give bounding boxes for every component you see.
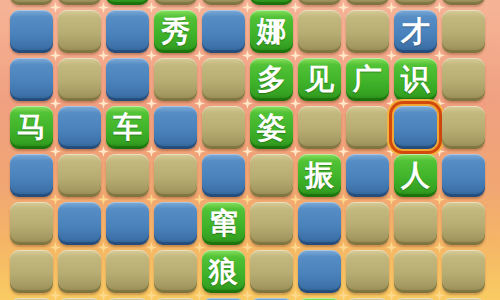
character-tile-娜-r1c5[interactable]: 娜 <box>250 10 293 53</box>
sparkle-decoration <box>146 2 157 13</box>
tile-character: 振 <box>305 154 334 197</box>
sparkle-decoration <box>338 50 349 61</box>
sparkle-decoration <box>242 146 253 157</box>
empty-tile-r0c2[interactable] <box>106 0 149 5</box>
empty-tile-r3c9[interactable] <box>442 106 485 149</box>
tile-character: 娜 <box>257 10 286 53</box>
sparkle-decoration <box>50 2 61 13</box>
empty-tile-r0c3[interactable] <box>154 0 197 5</box>
sparkle-decoration <box>386 290 397 300</box>
empty-tile-r2c9[interactable] <box>442 58 485 101</box>
tile-character: 姿 <box>257 106 286 149</box>
empty-tile-r5c3[interactable] <box>154 202 197 245</box>
sparkle-decoration <box>194 290 205 300</box>
sparkle-decoration <box>50 242 61 253</box>
empty-tile-r4c2[interactable] <box>106 154 149 197</box>
sparkle-decoration <box>290 146 301 157</box>
empty-tile-r6c8[interactable] <box>394 250 437 293</box>
sparkle-decoration <box>194 98 205 109</box>
empty-tile-r6c7[interactable] <box>346 250 389 293</box>
empty-tile-r4c1[interactable] <box>58 154 101 197</box>
empty-tile-r6c6[interactable] <box>298 250 341 293</box>
sparkle-decoration <box>386 146 397 157</box>
sparkle-decoration <box>434 98 445 109</box>
sparkle-decoration <box>242 242 253 253</box>
sparkle-decoration <box>98 290 109 300</box>
sparkle-decoration <box>242 98 253 109</box>
sparkle-decoration <box>98 98 109 109</box>
character-tile-人-r4c8[interactable]: 人 <box>394 154 437 197</box>
sparkle-decoration <box>386 242 397 253</box>
sparkle-decoration <box>290 50 301 61</box>
empty-tile-r1c2[interactable] <box>106 10 149 53</box>
empty-tile-r5c8[interactable] <box>394 202 437 245</box>
sparkle-decoration <box>194 50 205 61</box>
empty-tile-r3c7[interactable] <box>346 106 389 149</box>
character-tile-姿-r3c5[interactable]: 姿 <box>250 106 293 149</box>
sparkle-decoration <box>290 290 301 300</box>
empty-tile-r6c1[interactable] <box>58 250 101 293</box>
tile-character: 多 <box>257 58 286 101</box>
sparkle-decoration <box>146 146 157 157</box>
empty-tile-r3c4[interactable] <box>202 106 245 149</box>
sparkle-decoration <box>290 194 301 205</box>
empty-tile-r5c9[interactable] <box>442 202 485 245</box>
tile-character: 广 <box>353 58 382 101</box>
empty-tile-r0c5[interactable] <box>250 0 293 5</box>
empty-tile-r4c0[interactable] <box>10 154 53 197</box>
sparkle-decoration <box>50 146 61 157</box>
sparkle-decoration <box>242 194 253 205</box>
sparkle-decoration <box>290 2 301 13</box>
sparkle-decoration <box>242 290 253 300</box>
empty-tile-r6c3[interactable] <box>154 250 197 293</box>
sparkle-decoration <box>50 98 61 109</box>
empty-tile-r0c1[interactable] <box>58 0 101 5</box>
empty-tile-r2c4[interactable] <box>202 58 245 101</box>
sparkle-decoration <box>50 50 61 61</box>
character-tile-车-r3c2[interactable]: 车 <box>106 106 149 149</box>
sparkle-decoration <box>338 2 349 13</box>
empty-tile-r6c5[interactable] <box>250 250 293 293</box>
empty-tile-r2c0[interactable] <box>10 58 53 101</box>
character-tile-才-r1c8[interactable]: 才 <box>394 10 437 53</box>
sparkle-decoration <box>98 194 109 205</box>
empty-tile-r0c8[interactable] <box>394 0 437 5</box>
character-tile-狼-r6c4[interactable]: 狼 <box>202 250 245 293</box>
selected-tile-r3c8[interactable] <box>394 106 437 149</box>
sparkle-decoration <box>434 146 445 157</box>
word-puzzle-board: 秀娜才多见广识马车姿振人窜狼 <box>0 0 500 300</box>
empty-tile-r4c3[interactable] <box>154 154 197 197</box>
sparkle-decoration <box>386 50 397 61</box>
tile-character: 人 <box>401 154 430 197</box>
sparkle-decoration <box>50 194 61 205</box>
sparkle-decoration <box>194 242 205 253</box>
character-tile-见-r2c6[interactable]: 见 <box>298 58 341 101</box>
empty-tile-r5c5[interactable] <box>250 202 293 245</box>
empty-tile-r3c6[interactable] <box>298 106 341 149</box>
empty-tile-r2c3[interactable] <box>154 58 197 101</box>
sparkle-decoration <box>98 146 109 157</box>
sparkle-decoration <box>146 194 157 205</box>
empty-tile-r1c9[interactable] <box>442 10 485 53</box>
tile-character: 识 <box>401 58 430 101</box>
sparkle-decoration <box>242 50 253 61</box>
sparkle-decoration <box>146 242 157 253</box>
sparkle-decoration <box>146 290 157 300</box>
empty-tile-r1c4[interactable] <box>202 10 245 53</box>
sparkle-decoration <box>386 2 397 13</box>
empty-tile-r6c9[interactable] <box>442 250 485 293</box>
sparkle-decoration <box>194 146 205 157</box>
sparkle-decoration <box>338 146 349 157</box>
character-tile-广-r2c7[interactable]: 广 <box>346 58 389 101</box>
empty-tile-r4c7[interactable] <box>346 154 389 197</box>
character-tile-识-r2c8[interactable]: 识 <box>394 58 437 101</box>
sparkle-decoration <box>338 194 349 205</box>
sparkle-decoration <box>290 242 301 253</box>
sparkle-decoration <box>338 242 349 253</box>
empty-tile-r1c1[interactable] <box>58 10 101 53</box>
tile-character: 秀 <box>161 10 190 53</box>
empty-tile-r0c6[interactable] <box>298 0 341 5</box>
sparkle-decoration <box>434 2 445 13</box>
tile-character: 才 <box>401 10 430 53</box>
empty-tile-r3c3[interactable] <box>154 106 197 149</box>
sparkle-decoration <box>338 290 349 300</box>
empty-tile-r5c7[interactable] <box>346 202 389 245</box>
empty-tile-r6c0[interactable] <box>10 250 53 293</box>
tile-character: 窜 <box>209 202 238 245</box>
sparkle-decoration <box>98 50 109 61</box>
sparkle-decoration <box>242 2 253 13</box>
empty-tile-r6c2[interactable] <box>106 250 149 293</box>
empty-tile-r0c0[interactable] <box>10 0 53 5</box>
character-tile-秀-r1c3[interactable]: 秀 <box>154 10 197 53</box>
sparkle-decoration <box>434 290 445 300</box>
empty-tile-r1c6[interactable] <box>298 10 341 53</box>
tile-character: 马 <box>17 106 46 149</box>
empty-tile-r0c7[interactable] <box>346 0 389 5</box>
empty-tile-r0c9[interactable] <box>442 0 485 5</box>
character-tile-马-r3c0[interactable]: 马 <box>10 106 53 149</box>
character-tile-窜-r5c4[interactable]: 窜 <box>202 202 245 245</box>
empty-tile-r2c1[interactable] <box>58 58 101 101</box>
tile-character: 狼 <box>209 250 238 293</box>
empty-tile-r2c2[interactable] <box>106 58 149 101</box>
sparkle-decoration <box>146 50 157 61</box>
tile-character: 见 <box>305 58 334 101</box>
sparkle-decoration <box>386 194 397 205</box>
sparkle-decoration <box>386 98 397 109</box>
empty-tile-r3c1[interactable] <box>58 106 101 149</box>
empty-tile-r0c4[interactable] <box>202 0 245 5</box>
empty-tile-r1c7[interactable] <box>346 10 389 53</box>
sparkle-decoration <box>98 2 109 13</box>
sparkle-decoration <box>194 194 205 205</box>
sparkle-decoration <box>50 290 61 300</box>
empty-tile-r5c0[interactable] <box>10 202 53 245</box>
sparkle-decoration <box>434 242 445 253</box>
sparkle-decoration <box>98 242 109 253</box>
sparkle-decoration <box>434 194 445 205</box>
empty-tile-r4c5[interactable] <box>250 154 293 197</box>
sparkle-decoration <box>194 2 205 13</box>
sparkle-decoration <box>434 50 445 61</box>
character-tile-振-r4c6[interactable]: 振 <box>298 154 341 197</box>
empty-tile-r5c2[interactable] <box>106 202 149 245</box>
sparkle-decoration <box>338 98 349 109</box>
tile-character: 车 <box>113 106 142 149</box>
empty-tile-r5c6[interactable] <box>298 202 341 245</box>
character-tile-多-r2c5[interactable]: 多 <box>250 58 293 101</box>
empty-tile-r5c1[interactable] <box>58 202 101 245</box>
empty-tile-r1c0[interactable] <box>10 10 53 53</box>
empty-tile-r4c4[interactable] <box>202 154 245 197</box>
empty-tile-r4c9[interactable] <box>442 154 485 197</box>
sparkle-decoration <box>290 98 301 109</box>
sparkle-decoration <box>146 98 157 109</box>
